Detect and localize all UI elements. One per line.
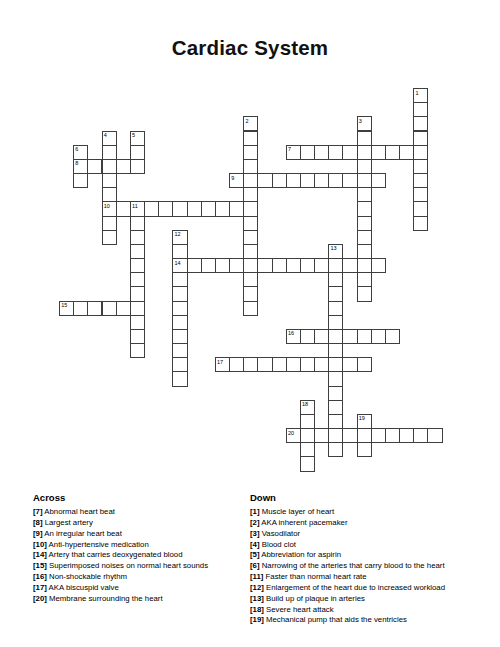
grid-cell[interactable] xyxy=(328,329,343,344)
grid-cell[interactable] xyxy=(243,357,258,372)
grid-cell[interactable] xyxy=(243,230,258,245)
grid-cell[interactable] xyxy=(399,428,414,443)
grid-cell[interactable] xyxy=(385,329,400,344)
clue-item: [6] Narrowing of the arteries that carry… xyxy=(250,561,496,572)
clue-item: [20] Membrane surrounding the heart xyxy=(33,594,245,605)
grid-cell[interactable] xyxy=(357,329,372,344)
grid-cell[interactable] xyxy=(144,201,159,216)
grid-cell[interactable] xyxy=(371,173,386,188)
grid-cell[interactable] xyxy=(286,258,301,273)
crossword-page: Cardiac System 1234567891011121314151617… xyxy=(0,0,500,647)
grid-cell[interactable] xyxy=(314,329,329,344)
grid-cell[interactable] xyxy=(314,428,329,443)
grid-cell[interactable] xyxy=(243,131,258,146)
grid-cell[interactable] xyxy=(413,201,428,216)
cell-number: 18 xyxy=(302,401,308,407)
grid-cell[interactable] xyxy=(73,173,88,188)
grid-cell[interactable] xyxy=(357,173,372,188)
grid-cell[interactable] xyxy=(215,201,230,216)
grid-cell[interactable] xyxy=(130,315,145,330)
grid-cell[interactable] xyxy=(357,286,372,301)
down-header: Down xyxy=(250,492,496,503)
grid-cell[interactable] xyxy=(314,145,329,160)
clue-number: [10] xyxy=(33,540,47,549)
cell-number: 13 xyxy=(330,245,336,251)
grid-cell[interactable] xyxy=(300,329,315,344)
clue-item: [19] Mechanical pump that aids the ventr… xyxy=(250,615,496,626)
grid-cell[interactable] xyxy=(328,428,343,443)
grid-cell[interactable] xyxy=(427,428,442,443)
grid-cell[interactable] xyxy=(342,329,357,344)
grid-cell[interactable] xyxy=(300,145,315,160)
grid-cell[interactable] xyxy=(257,357,272,372)
cell-number: 5 xyxy=(132,132,135,138)
grid-cell[interactable] xyxy=(130,159,145,174)
clue-item: [16] Non-shockable rhythm xyxy=(33,572,245,583)
grid-cell[interactable] xyxy=(130,145,145,160)
grid-cell[interactable] xyxy=(172,301,187,316)
grid-cell[interactable] xyxy=(102,187,117,202)
cell-number: 3 xyxy=(359,118,362,124)
grid-cell[interactable]: 2 xyxy=(243,116,258,131)
clue-item: [11] Faster than normal heart rate xyxy=(250,572,496,583)
grid-cell[interactable] xyxy=(342,428,357,443)
grid-cell[interactable] xyxy=(172,343,187,358)
grid-cell[interactable] xyxy=(272,173,287,188)
grid-cell[interactable] xyxy=(102,230,117,245)
grid-cell[interactable] xyxy=(172,286,187,301)
grid-cell[interactable] xyxy=(87,159,102,174)
grid-cell[interactable] xyxy=(385,428,400,443)
clue-number: [16] xyxy=(33,572,47,581)
grid-cell[interactable] xyxy=(357,131,372,146)
grid-cell[interactable] xyxy=(399,145,414,160)
grid-cell[interactable]: 11 xyxy=(130,201,145,216)
clue-item: [14] Artery that carries deoxygenated bl… xyxy=(33,550,245,561)
grid-cell[interactable]: 10 xyxy=(102,201,117,216)
clue-number: [4] xyxy=(250,540,260,549)
clue-number: [7] xyxy=(33,507,43,516)
grid-cell[interactable] xyxy=(243,216,258,231)
grid-cell[interactable] xyxy=(357,216,372,231)
clue-number: [18] xyxy=(250,605,264,614)
grid-cell[interactable] xyxy=(328,286,343,301)
grid-cell[interactable]: 7 xyxy=(286,145,301,160)
grid-cell[interactable]: 6 xyxy=(73,145,88,160)
grid-cell[interactable] xyxy=(413,173,428,188)
grid-cell[interactable] xyxy=(201,201,216,216)
clue-number: [2] xyxy=(250,518,260,527)
grid-cell[interactable] xyxy=(130,258,145,273)
grid-cell[interactable] xyxy=(413,131,428,146)
grid-cell[interactable] xyxy=(413,187,428,202)
grid-cell[interactable] xyxy=(328,145,343,160)
grid-cell[interactable] xyxy=(243,286,258,301)
grid-cell[interactable] xyxy=(357,230,372,245)
grid-cell[interactable] xyxy=(243,258,258,273)
clue-number: [9] xyxy=(33,529,43,538)
grid-cell[interactable]: 1 xyxy=(413,88,428,103)
clue-item: [4] Blood clot xyxy=(250,540,496,551)
grid-cell[interactable] xyxy=(243,159,258,174)
grid-cell[interactable] xyxy=(328,272,343,287)
clue-item: [12] Enlargement of the heart due to inc… xyxy=(250,583,496,594)
grid-cell[interactable] xyxy=(328,414,343,429)
clue-item: [9] An irregular heart beat xyxy=(33,529,245,540)
grid-cell[interactable] xyxy=(328,386,343,401)
grid-cell[interactable] xyxy=(130,329,145,344)
grid-cell[interactable] xyxy=(229,201,244,216)
grid-cell[interactable] xyxy=(371,428,386,443)
grid-cell[interactable]: 3 xyxy=(357,116,372,131)
grid-cell[interactable] xyxy=(130,343,145,358)
grid-cell[interactable] xyxy=(300,442,315,457)
grid-cell[interactable] xyxy=(229,357,244,372)
page-title: Cardiac System xyxy=(0,36,500,60)
grid-cell[interactable] xyxy=(215,258,230,273)
grid-cell[interactable] xyxy=(243,187,258,202)
clue-number: [6] xyxy=(250,561,260,570)
grid-cell[interactable]: 12 xyxy=(172,230,187,245)
grid-cell[interactable] xyxy=(116,301,131,316)
grid-cell[interactable]: 15 xyxy=(59,301,74,316)
grid-cell[interactable] xyxy=(328,343,343,358)
grid-cell[interactable] xyxy=(342,357,357,372)
grid-cell[interactable] xyxy=(328,258,343,273)
grid-cell[interactable] xyxy=(257,173,272,188)
across-header: Across xyxy=(33,492,245,503)
grid-cell[interactable] xyxy=(328,301,343,316)
grid-cell[interactable]: 4 xyxy=(102,131,117,146)
clue-item: [8] Largest artery xyxy=(33,518,245,529)
grid-cell[interactable] xyxy=(102,301,117,316)
grid-cell[interactable] xyxy=(243,173,258,188)
across-clue-list: [7] Abnormal heart beat[8] Largest arter… xyxy=(33,507,245,605)
grid-cell[interactable] xyxy=(172,329,187,344)
grid-cell[interactable] xyxy=(328,173,343,188)
clue-item: [2] AKA inherent pacemaker xyxy=(250,518,496,529)
clue-item: [18] Severe heart attack xyxy=(250,605,496,616)
grid-cell[interactable] xyxy=(286,173,301,188)
grid-cell[interactable] xyxy=(357,187,372,202)
grid-cell[interactable] xyxy=(130,301,145,316)
clue-number: [13] xyxy=(250,594,264,603)
across-clues-section: Across [7] Abnormal heart beat[8] Larges… xyxy=(33,492,245,605)
clue-number: [17] xyxy=(33,583,47,592)
grid-cell[interactable] xyxy=(102,216,117,231)
grid-cell[interactable] xyxy=(357,159,372,174)
grid-cell[interactable] xyxy=(73,301,88,316)
grid-cell[interactable] xyxy=(172,201,187,216)
cell-number: 14 xyxy=(175,260,181,266)
clue-number: [5] xyxy=(250,550,260,559)
clue-number: [3] xyxy=(250,529,260,538)
grid-cell[interactable] xyxy=(229,258,244,273)
crossword-grid: 1234567891011121314151617181920 xyxy=(59,88,443,472)
cell-number: 1 xyxy=(415,90,418,96)
grid-cell[interactable] xyxy=(357,357,372,372)
down-clue-list: [1] Muscle layer of heart[2] AKA inheren… xyxy=(250,507,496,626)
grid-cell[interactable] xyxy=(286,357,301,372)
cell-number: 7 xyxy=(288,146,291,152)
grid-cell[interactable] xyxy=(371,329,386,344)
grid-cell[interactable] xyxy=(357,201,372,216)
grid-cell[interactable] xyxy=(172,357,187,372)
grid-cell[interactable] xyxy=(328,400,343,415)
grid-cell[interactable] xyxy=(158,201,173,216)
grid-cell[interactable] xyxy=(130,244,145,259)
grid-cell[interactable] xyxy=(172,244,187,259)
grid-cell[interactable] xyxy=(243,244,258,259)
grid-cell[interactable]: 17 xyxy=(215,357,230,372)
grid-cell[interactable]: 8 xyxy=(73,159,88,174)
grid-cell[interactable] xyxy=(172,315,187,330)
grid-cell[interactable] xyxy=(243,301,258,316)
grid-cell[interactable] xyxy=(130,286,145,301)
grid-cell[interactable] xyxy=(314,357,329,372)
cell-number: 6 xyxy=(75,146,78,152)
cell-number: 12 xyxy=(175,231,181,237)
down-clues-section: Down [1] Muscle layer of heart[2] AKA in… xyxy=(250,492,496,626)
grid-cell[interactable] xyxy=(413,159,428,174)
grid-cell[interactable] xyxy=(130,272,145,287)
grid-cell[interactable] xyxy=(385,145,400,160)
cell-number: 19 xyxy=(359,415,365,421)
grid-cell[interactable] xyxy=(357,442,372,457)
clue-number: [11] xyxy=(250,572,263,581)
grid-cell[interactable] xyxy=(130,230,145,245)
grid-cell[interactable] xyxy=(116,201,131,216)
clue-item: [1] Muscle layer of heart xyxy=(250,507,496,518)
grid-cell[interactable]: 16 xyxy=(286,329,301,344)
clue-item: [7] Abnormal heart beat xyxy=(33,507,245,518)
grid-cell[interactable] xyxy=(328,442,343,457)
grid-cell[interactable] xyxy=(172,371,187,386)
grid-cell[interactable] xyxy=(272,258,287,273)
grid-cell[interactable]: 13 xyxy=(328,244,343,259)
grid-cell[interactable] xyxy=(314,258,329,273)
grid-cell[interactable] xyxy=(243,272,258,287)
grid-cell[interactable] xyxy=(87,301,102,316)
grid-cell[interactable] xyxy=(300,414,315,429)
grid-cell[interactable] xyxy=(371,145,386,160)
cell-number: 15 xyxy=(61,302,67,308)
grid-cell[interactable] xyxy=(314,173,329,188)
clue-number: [8] xyxy=(33,518,43,527)
clue-number: [20] xyxy=(33,594,47,603)
cell-number: 11 xyxy=(132,203,138,209)
grid-cell[interactable] xyxy=(300,258,315,273)
grid-cell[interactable] xyxy=(243,201,258,216)
grid-cell[interactable] xyxy=(371,258,386,273)
grid-cell[interactable] xyxy=(102,173,117,188)
clue-item: [3] Vasodilator xyxy=(250,529,496,540)
grid-cell[interactable] xyxy=(300,357,315,372)
clue-number: [1] xyxy=(250,507,260,516)
grid-cell[interactable] xyxy=(300,428,315,443)
grid-cell[interactable] xyxy=(328,315,343,330)
cell-number: 16 xyxy=(288,330,294,336)
grid-cell[interactable] xyxy=(413,428,428,443)
cell-number: 8 xyxy=(75,160,78,166)
grid-cell[interactable]: 18 xyxy=(300,400,315,415)
grid-cell[interactable] xyxy=(201,258,216,273)
grid-cell[interactable] xyxy=(130,216,145,231)
cell-number: 9 xyxy=(231,175,234,181)
grid-cell[interactable] xyxy=(413,102,428,117)
grid-cell[interactable]: 19 xyxy=(357,414,372,429)
grid-cell[interactable] xyxy=(300,456,315,471)
grid-cell[interactable] xyxy=(357,272,372,287)
grid-cell[interactable] xyxy=(300,173,315,188)
grid-cell[interactable] xyxy=(257,258,272,273)
grid-cell[interactable] xyxy=(413,116,428,131)
clue-item: [17] AKA biscuspid valve xyxy=(33,583,245,594)
clue-item: [15] Superimposed noises on normal heart… xyxy=(33,561,245,572)
clue-item: [5] Abbreviation for aspirin xyxy=(250,550,496,561)
grid-cell[interactable] xyxy=(342,258,357,273)
grid-cell[interactable] xyxy=(187,258,202,273)
grid-cell[interactable] xyxy=(357,145,372,160)
cell-number: 10 xyxy=(104,203,110,209)
cell-number: 4 xyxy=(104,132,107,138)
grid-cell[interactable] xyxy=(357,258,372,273)
grid-cell[interactable]: 5 xyxy=(130,131,145,146)
cell-number: 17 xyxy=(217,359,223,365)
grid-cell[interactable] xyxy=(116,159,131,174)
cell-number: 2 xyxy=(245,118,248,124)
grid-cell[interactable] xyxy=(413,216,428,231)
grid-cell[interactable] xyxy=(342,173,357,188)
clue-item: [13] Build up of plaque in arteries xyxy=(250,594,496,605)
clue-item: [10] Anti-hypertensive medication xyxy=(33,540,245,551)
grid-cell[interactable]: 9 xyxy=(229,173,244,188)
clue-number: [14] xyxy=(33,550,47,559)
clue-number: [12] xyxy=(250,583,264,592)
grid-cell[interactable] xyxy=(328,357,343,372)
grid-cell[interactable] xyxy=(272,357,287,372)
clue-number: [19] xyxy=(250,615,264,624)
grid-cell[interactable]: 14 xyxy=(172,258,187,273)
grid-cell[interactable] xyxy=(187,201,202,216)
grid-cell[interactable]: 20 xyxy=(286,428,301,443)
clue-number: [15] xyxy=(33,561,47,570)
grid-cell[interactable] xyxy=(413,145,428,160)
grid-cell[interactable] xyxy=(357,428,372,443)
grid-cell[interactable] xyxy=(357,244,372,259)
grid-cell[interactable] xyxy=(102,145,117,160)
grid-cell[interactable] xyxy=(342,145,357,160)
cell-number: 20 xyxy=(288,430,294,436)
grid-cell[interactable] xyxy=(243,145,258,160)
grid-cell[interactable] xyxy=(172,272,187,287)
grid-cell[interactable] xyxy=(328,371,343,386)
grid-cell[interactable] xyxy=(102,159,117,174)
